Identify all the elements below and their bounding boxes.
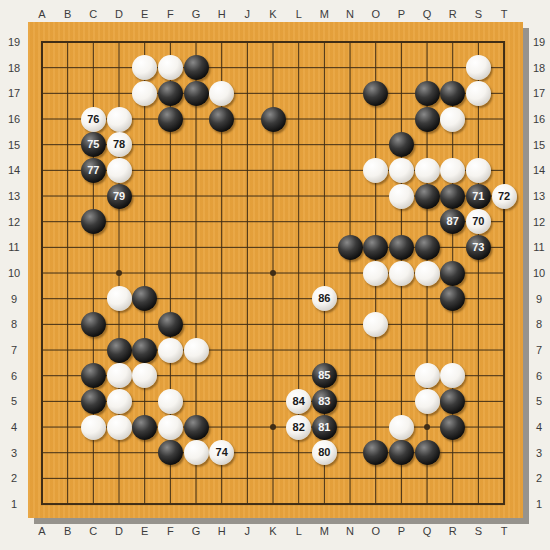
stone-white-M9: 86 <box>312 286 337 311</box>
row-label-left-10: 10 <box>8 267 20 279</box>
stone-white-T13: 72 <box>492 184 517 209</box>
column-label-top-O: O <box>371 8 380 20</box>
column-label-bottom-A: A <box>38 525 45 537</box>
column-label-top-G: G <box>192 8 201 20</box>
stone-white-F7 <box>158 338 183 363</box>
stone-white-Q14 <box>415 158 440 183</box>
column-label-top-A: A <box>38 8 45 20</box>
move-number-78: 78 <box>113 132 125 157</box>
row-label-right-1: 1 <box>536 498 542 510</box>
stone-black-N11 <box>338 235 363 260</box>
column-label-bottom-D: D <box>115 525 123 537</box>
column-label-top-D: D <box>115 8 123 20</box>
stone-black-C14: 77 <box>81 158 106 183</box>
column-label-bottom-F: F <box>167 525 174 537</box>
stone-black-C12 <box>81 209 106 234</box>
stone-white-O10 <box>363 261 388 286</box>
stone-white-L4: 82 <box>286 415 311 440</box>
column-label-bottom-C: C <box>89 525 97 537</box>
row-label-left-18: 18 <box>8 62 20 74</box>
column-label-top-C: C <box>89 8 97 20</box>
stone-black-Q11 <box>415 235 440 260</box>
column-label-bottom-R: R <box>449 525 457 537</box>
row-label-right-5: 5 <box>536 395 542 407</box>
stone-black-R17 <box>440 81 465 106</box>
column-label-top-L: L <box>296 8 302 20</box>
column-label-bottom-Q: Q <box>423 525 432 537</box>
move-number-82: 82 <box>293 415 305 440</box>
stone-white-P4 <box>389 415 414 440</box>
stone-black-E7 <box>132 338 157 363</box>
row-label-right-18: 18 <box>533 62 545 74</box>
stone-black-R5 <box>440 389 465 414</box>
row-label-left-12: 12 <box>8 216 20 228</box>
stone-black-M5: 83 <box>312 389 337 414</box>
stone-white-D4 <box>107 415 132 440</box>
stone-black-D7 <box>107 338 132 363</box>
stone-black-R4 <box>440 415 465 440</box>
stone-black-C5 <box>81 389 106 414</box>
move-number-70: 70 <box>472 209 484 234</box>
row-label-right-3: 3 <box>536 447 542 459</box>
stone-black-P3 <box>389 440 414 465</box>
column-label-top-E: E <box>141 8 148 20</box>
row-label-right-12: 12 <box>533 216 545 228</box>
column-label-top-Q: Q <box>423 8 432 20</box>
stone-white-P14 <box>389 158 414 183</box>
column-label-top-M: M <box>320 8 329 20</box>
row-label-right-13: 13 <box>533 190 545 202</box>
row-label-left-2: 2 <box>11 472 17 484</box>
stone-black-R10 <box>440 261 465 286</box>
move-number-79: 79 <box>113 184 125 209</box>
row-label-right-17: 17 <box>533 87 545 99</box>
column-label-top-B: B <box>64 8 71 20</box>
column-label-top-F: F <box>167 8 174 20</box>
move-number-71: 71 <box>472 184 484 209</box>
row-label-right-15: 15 <box>533 139 545 151</box>
stone-white-D15: 78 <box>107 132 132 157</box>
row-label-right-8: 8 <box>536 318 542 330</box>
stone-white-O14 <box>363 158 388 183</box>
move-number-76: 76 <box>87 107 99 132</box>
stone-black-M4: 81 <box>312 415 337 440</box>
stone-black-O11 <box>363 235 388 260</box>
stone-black-Q17 <box>415 81 440 106</box>
stone-white-P13 <box>389 184 414 209</box>
stone-black-P15 <box>389 132 414 157</box>
row-label-left-9: 9 <box>11 293 17 305</box>
stone-white-F4 <box>158 415 183 440</box>
row-label-left-13: 13 <box>8 190 20 202</box>
stone-white-R16 <box>440 107 465 132</box>
stone-black-M6: 85 <box>312 363 337 388</box>
stone-black-F17 <box>158 81 183 106</box>
stone-white-L5: 84 <box>286 389 311 414</box>
column-label-bottom-P: P <box>398 525 405 537</box>
row-label-left-19: 19 <box>8 36 20 48</box>
column-label-bottom-T: T <box>501 525 508 537</box>
stone-white-P10 <box>389 261 414 286</box>
column-label-bottom-S: S <box>475 525 482 537</box>
row-label-left-3: 3 <box>11 447 17 459</box>
column-label-top-R: R <box>449 8 457 20</box>
row-label-right-6: 6 <box>536 370 542 382</box>
stone-black-Q3 <box>415 440 440 465</box>
stone-black-D13: 79 <box>107 184 132 209</box>
stone-white-F5 <box>158 389 183 414</box>
row-label-right-10: 10 <box>533 267 545 279</box>
row-label-left-15: 15 <box>8 139 20 151</box>
column-label-top-S: S <box>475 8 482 20</box>
stone-black-F8 <box>158 312 183 337</box>
row-label-left-11: 11 <box>8 241 19 253</box>
stone-black-S11: 73 <box>466 235 491 260</box>
stone-black-G17 <box>184 81 209 106</box>
stone-black-R13 <box>440 184 465 209</box>
row-label-left-4: 4 <box>11 421 17 433</box>
row-label-right-9: 9 <box>536 293 542 305</box>
stone-black-Q16 <box>415 107 440 132</box>
stone-white-C16: 76 <box>81 107 106 132</box>
row-label-left-14: 14 <box>8 164 20 176</box>
stone-black-E4 <box>132 415 157 440</box>
row-label-right-16: 16 <box>533 113 545 125</box>
row-label-right-4: 4 <box>536 421 542 433</box>
stone-black-F16 <box>158 107 183 132</box>
row-label-left-5: 5 <box>11 395 17 407</box>
move-number-84: 84 <box>293 389 305 414</box>
stone-white-D9 <box>107 286 132 311</box>
stone-black-H16 <box>209 107 234 132</box>
stone-white-Q6 <box>415 363 440 388</box>
column-label-top-P: P <box>398 8 405 20</box>
column-label-bottom-H: H <box>218 525 226 537</box>
stone-white-D6 <box>107 363 132 388</box>
stone-white-D14 <box>107 158 132 183</box>
stone-black-O17 <box>363 81 388 106</box>
move-number-77: 77 <box>87 158 99 183</box>
stone-white-F18 <box>158 55 183 80</box>
row-label-left-6: 6 <box>11 370 17 382</box>
row-label-right-14: 14 <box>533 164 545 176</box>
stone-white-H17 <box>209 81 234 106</box>
stone-white-Q5 <box>415 389 440 414</box>
column-label-bottom-L: L <box>296 525 302 537</box>
move-number-75: 75 <box>87 132 99 157</box>
stone-white-D5 <box>107 389 132 414</box>
go-diagram: AABBCCDDEEFFGGHHJJKKLLMMNNOOPPQQRRSSTT19… <box>0 0 550 550</box>
stone-white-Q10 <box>415 261 440 286</box>
column-label-bottom-M: M <box>320 525 329 537</box>
column-label-top-T: T <box>501 8 508 20</box>
stone-white-D16 <box>107 107 132 132</box>
stone-white-G3 <box>184 440 209 465</box>
row-label-left-16: 16 <box>8 113 20 125</box>
stone-black-C6 <box>81 363 106 388</box>
column-label-top-K: K <box>269 8 276 20</box>
stone-white-E17 <box>132 81 157 106</box>
stone-black-Q13 <box>415 184 440 209</box>
stone-black-P11 <box>389 235 414 260</box>
column-label-bottom-J: J <box>245 525 251 537</box>
stone-white-G7 <box>184 338 209 363</box>
move-number-81: 81 <box>318 415 330 440</box>
column-label-top-H: H <box>218 8 226 20</box>
column-label-top-N: N <box>346 8 354 20</box>
move-number-87: 87 <box>447 209 459 234</box>
column-label-bottom-G: G <box>192 525 201 537</box>
row-label-right-19: 19 <box>533 36 545 48</box>
column-label-bottom-E: E <box>141 525 148 537</box>
stone-white-R14 <box>440 158 465 183</box>
stone-white-S17 <box>466 81 491 106</box>
row-label-right-2: 2 <box>536 472 542 484</box>
stone-black-F3 <box>158 440 183 465</box>
row-label-left-17: 17 <box>8 87 20 99</box>
stone-black-G18 <box>184 55 209 80</box>
row-label-right-11: 11 <box>533 241 544 253</box>
column-label-bottom-N: N <box>346 525 354 537</box>
column-label-bottom-O: O <box>371 525 380 537</box>
move-number-73: 73 <box>472 235 484 260</box>
stone-white-O8 <box>363 312 388 337</box>
column-label-top-J: J <box>245 8 251 20</box>
column-label-bottom-B: B <box>64 525 71 537</box>
move-number-80: 80 <box>318 440 330 465</box>
row-label-left-7: 7 <box>11 344 17 356</box>
stone-black-C15: 75 <box>81 132 106 157</box>
stone-black-G4 <box>184 415 209 440</box>
stone-white-C4 <box>81 415 106 440</box>
stone-white-S14 <box>466 158 491 183</box>
column-label-bottom-K: K <box>269 525 276 537</box>
stone-black-S13: 71 <box>466 184 491 209</box>
move-number-85: 85 <box>318 363 330 388</box>
stone-white-S18 <box>466 55 491 80</box>
move-number-74: 74 <box>216 440 228 465</box>
row-label-left-1: 1 <box>11 498 17 510</box>
stone-white-M3: 80 <box>312 440 337 465</box>
stone-black-C8 <box>81 312 106 337</box>
row-label-left-8: 8 <box>11 318 17 330</box>
stone-black-K16 <box>261 107 286 132</box>
move-number-83: 83 <box>318 389 330 414</box>
move-number-72: 72 <box>498 184 510 209</box>
stone-white-S12: 70 <box>466 209 491 234</box>
row-label-right-7: 7 <box>536 344 542 356</box>
move-number-86: 86 <box>318 286 330 311</box>
